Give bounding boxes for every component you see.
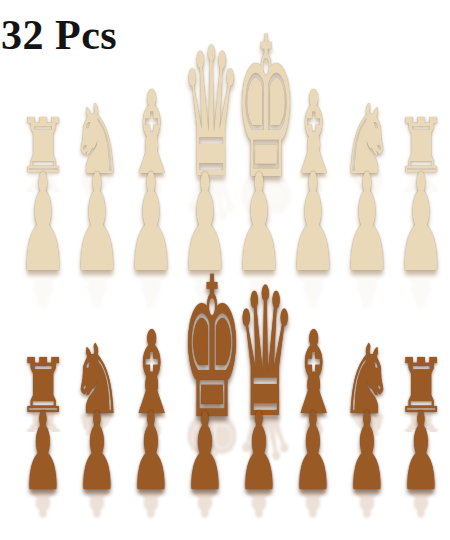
white-rook: ♜♜ bbox=[394, 0, 448, 170]
white-pawn: ♟♟ bbox=[16, 170, 70, 267]
brown-pawn: ♟♟ bbox=[16, 410, 70, 485]
brown-pawn: ♟♟ bbox=[124, 410, 178, 485]
white-king: ♚♚ bbox=[232, 0, 286, 170]
pawn-icon: ♟ bbox=[178, 397, 232, 505]
brown-pawn: ♟♟ bbox=[394, 410, 448, 485]
pawn-reflection: ♟ bbox=[286, 474, 340, 523]
pawn-reflection: ♟ bbox=[340, 474, 394, 523]
pawn-icon: ♟ bbox=[16, 397, 70, 505]
pawn-reflection: ♟ bbox=[70, 474, 124, 523]
brown-pawn: ♟♟ bbox=[232, 410, 286, 485]
white-knight: ♞♞ bbox=[340, 0, 394, 170]
pawn-icon: ♟ bbox=[232, 397, 286, 505]
white-pawn: ♟♟ bbox=[394, 170, 448, 267]
row-brown-pawns: ♟♟♟♟♟♟♟♟♟♟♟♟♟♟♟♟ bbox=[0, 410, 450, 485]
brown-rook: ♜♜ bbox=[16, 267, 70, 410]
brown-rook: ♜♜ bbox=[394, 267, 448, 410]
white-queen: ♛♛ bbox=[178, 0, 232, 170]
white-pawn: ♟♟ bbox=[178, 170, 232, 267]
white-pawn: ♟♟ bbox=[232, 170, 286, 267]
brown-bishop: ♝♝ bbox=[124, 267, 178, 410]
white-pawn: ♟♟ bbox=[286, 170, 340, 267]
brown-pawn: ♟♟ bbox=[70, 410, 124, 485]
pawn-icon: ♟ bbox=[340, 397, 394, 505]
brown-bishop: ♝♝ bbox=[286, 267, 340, 410]
pawn-icon: ♟ bbox=[70, 397, 124, 505]
pawn-reflection: ♟ bbox=[232, 474, 286, 523]
brown-queen: ♛♛ bbox=[232, 267, 286, 410]
brown-king: ♚♚ bbox=[178, 267, 232, 410]
brown-pawn: ♟♟ bbox=[340, 410, 394, 485]
chess-set-product-photo: 32 Pcs ♜♜♞♞♝♝♛♛♚♚♝♝♞♞♜♜♟♟♟♟♟♟♟♟♟♟♟♟♟♟♟♟♜… bbox=[0, 0, 450, 540]
pawn-reflection: ♟ bbox=[178, 474, 232, 523]
white-pawn: ♟♟ bbox=[70, 170, 124, 267]
white-pawn: ♟♟ bbox=[124, 170, 178, 267]
pawn-reflection: ♟ bbox=[16, 474, 70, 523]
pieces-display: ♜♜♞♞♝♝♛♛♚♚♝♝♞♞♜♜♟♟♟♟♟♟♟♟♟♟♟♟♟♟♟♟♜♜♞♞♝♝♚♚… bbox=[0, 0, 450, 485]
brown-knight: ♞♞ bbox=[340, 267, 394, 410]
pawn-reflection: ♟ bbox=[124, 474, 178, 523]
pawn-reflection: ♟ bbox=[394, 474, 448, 523]
white-pawn: ♟♟ bbox=[340, 170, 394, 267]
pawn-icon: ♟ bbox=[124, 397, 178, 505]
white-bishop: ♝♝ bbox=[124, 0, 178, 170]
pawn-icon: ♟ bbox=[286, 397, 340, 505]
row-brown-majors: ♜♜♞♞♝♝♚♚♛♛♝♝♞♞♜♜ bbox=[0, 267, 450, 410]
brown-pawn: ♟♟ bbox=[286, 410, 340, 485]
pieces-count-label: 32 Pcs bbox=[1, 14, 117, 56]
brown-pawn: ♟♟ bbox=[178, 410, 232, 485]
white-bishop: ♝♝ bbox=[286, 0, 340, 170]
pawn-icon: ♟ bbox=[394, 397, 448, 505]
brown-knight: ♞♞ bbox=[70, 267, 124, 410]
row-white-pawns: ♟♟♟♟♟♟♟♟♟♟♟♟♟♟♟♟ bbox=[0, 170, 450, 267]
